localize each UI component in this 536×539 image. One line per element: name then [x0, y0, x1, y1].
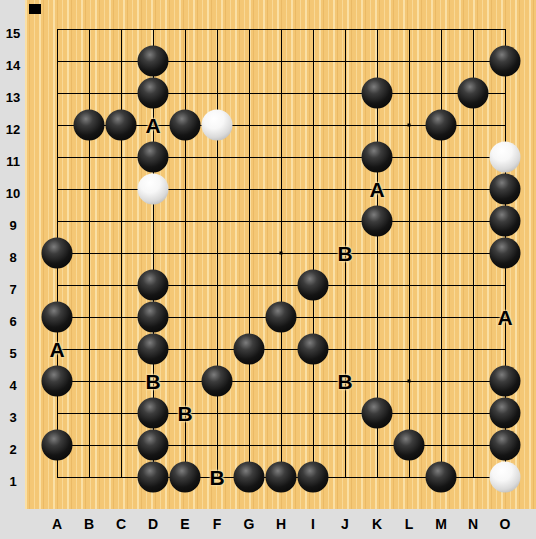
black-stone-M1[interactable]	[426, 462, 457, 493]
col-label-N: N	[468, 516, 478, 532]
black-stone-I7[interactable]	[298, 270, 329, 301]
col-label-D: D	[148, 516, 158, 532]
row-label-5: 5	[9, 346, 16, 361]
row-label-3: 3	[9, 410, 16, 425]
black-stone-O3[interactable]	[490, 398, 521, 429]
row-label-12: 12	[6, 122, 20, 137]
black-stone-F4[interactable]	[202, 366, 233, 397]
move-label-B-J4[interactable]: B	[337, 371, 352, 392]
move-label-A-A5[interactable]: A	[49, 339, 64, 360]
white-stone-O1[interactable]	[490, 462, 521, 493]
col-label-I: I	[311, 516, 315, 532]
black-stone-B12[interactable]	[74, 110, 105, 141]
row-label-2: 2	[9, 442, 16, 457]
star-point-H8	[280, 252, 283, 255]
row-label-9: 9	[9, 218, 16, 233]
col-label-O: O	[500, 516, 511, 532]
col-label-G: G	[244, 516, 255, 532]
col-label-B: B	[84, 516, 94, 532]
black-stone-K3[interactable]	[362, 398, 393, 429]
col-label-M: M	[435, 516, 447, 532]
black-stone-K13[interactable]	[362, 78, 393, 109]
star-point-L12	[408, 124, 411, 127]
black-stone-G1[interactable]	[234, 462, 265, 493]
black-stone-K9[interactable]	[362, 206, 393, 237]
black-stone-G5[interactable]	[234, 334, 265, 365]
black-stone-O9[interactable]	[490, 206, 521, 237]
black-stone-H6[interactable]	[266, 302, 297, 333]
col-label-J: J	[341, 516, 349, 532]
turn-indicator-black-square	[29, 4, 41, 14]
row-label-15: 15	[6, 26, 20, 41]
black-stone-E1[interactable]	[170, 462, 201, 493]
black-stone-L2[interactable]	[394, 430, 425, 461]
black-stone-A2[interactable]	[42, 430, 73, 461]
row-label-7: 7	[9, 282, 16, 297]
col-label-C: C	[116, 516, 126, 532]
row-label-11: 11	[6, 154, 20, 169]
black-stone-D13[interactable]	[138, 78, 169, 109]
move-label-B-D4[interactable]: B	[145, 371, 160, 392]
col-label-E: E	[180, 516, 189, 532]
black-stone-D6[interactable]	[138, 302, 169, 333]
black-stone-M12[interactable]	[426, 110, 457, 141]
black-stone-H1[interactable]	[266, 462, 297, 493]
white-stone-O11[interactable]	[490, 142, 521, 173]
black-stone-O8[interactable]	[490, 238, 521, 269]
black-stone-K11[interactable]	[362, 142, 393, 173]
black-stone-N13[interactable]	[458, 78, 489, 109]
move-label-B-J8[interactable]: B	[337, 243, 352, 264]
black-stone-O2[interactable]	[490, 430, 521, 461]
goban[interactable]: AAAABBBBB	[25, 0, 536, 509]
black-stone-D14[interactable]	[138, 46, 169, 77]
move-label-A-K10[interactable]: A	[369, 179, 384, 200]
black-stone-A8[interactable]	[42, 238, 73, 269]
col-label-F: F	[213, 516, 222, 532]
col-label-K: K	[372, 516, 382, 532]
row-label-10: 10	[6, 186, 20, 201]
row-label-4: 4	[9, 378, 16, 393]
move-label-A-O6[interactable]: A	[497, 307, 512, 328]
row-label-13: 13	[6, 90, 20, 105]
black-stone-I5[interactable]	[298, 334, 329, 365]
black-stone-D2[interactable]	[138, 430, 169, 461]
black-stone-C12[interactable]	[106, 110, 137, 141]
move-label-A-D12[interactable]: A	[145, 115, 160, 136]
move-label-B-F1[interactable]: B	[209, 467, 224, 488]
white-stone-D10[interactable]	[138, 174, 169, 205]
move-label-B-E3[interactable]: B	[177, 403, 192, 424]
col-label-H: H	[276, 516, 286, 532]
black-stone-A6[interactable]	[42, 302, 73, 333]
star-point-L4	[408, 380, 411, 383]
col-label-L: L	[405, 516, 414, 532]
row-label-14: 14	[6, 58, 20, 73]
black-stone-E12[interactable]	[170, 110, 201, 141]
black-stone-O10[interactable]	[490, 174, 521, 205]
col-label-A: A	[52, 516, 62, 532]
black-stone-D11[interactable]	[138, 142, 169, 173]
black-stone-O4[interactable]	[490, 366, 521, 397]
row-label-8: 8	[9, 250, 16, 265]
row-label-6: 6	[9, 314, 16, 329]
black-stone-D1[interactable]	[138, 462, 169, 493]
black-stone-D5[interactable]	[138, 334, 169, 365]
black-stone-O14[interactable]	[490, 46, 521, 77]
go-diagram-screen: AAAABBBBB 151413121110987654321 ABCDEFGH…	[0, 0, 536, 539]
black-stone-A4[interactable]	[42, 366, 73, 397]
black-stone-I1[interactable]	[298, 462, 329, 493]
black-stone-D3[interactable]	[138, 398, 169, 429]
row-label-1: 1	[9, 474, 16, 489]
black-stone-D7[interactable]	[138, 270, 169, 301]
white-stone-F12[interactable]	[202, 110, 233, 141]
